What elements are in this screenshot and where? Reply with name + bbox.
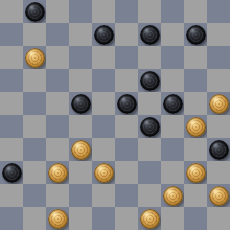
light-square-r8c0 [0,184,23,207]
black-man-square-36[interactable]: ⛂ [2,163,22,183]
white-man-square-11[interactable]: ⛀ [25,48,45,68]
square-9[interactable]: ⛂ [138,23,161,46]
light-square-r8c8 [184,184,207,207]
light-square-r8c2 [46,184,69,207]
square-18[interactable] [92,69,115,92]
square-15[interactable] [207,46,230,69]
square-26[interactable] [0,115,23,138]
light-square-r5c1 [23,115,46,138]
black-man-square-19[interactable]: ⛂ [140,71,160,91]
light-square-r7c3 [69,161,92,184]
light-square-r0c4 [92,0,115,23]
light-square-r3c1 [23,69,46,92]
light-square-r0c6 [138,0,161,23]
square-1[interactable]: ⛂ [23,0,46,23]
light-square-r4c4 [92,92,115,115]
light-square-r5c3 [69,115,92,138]
square-48[interactable] [92,207,115,230]
light-square-r7c7 [161,161,184,184]
light-square-r5c5 [115,115,138,138]
white-man-square-47[interactable]: ⛀ [48,209,68,229]
light-square-r3c9 [207,69,230,92]
light-square-r9c3 [69,207,92,230]
square-41[interactable] [23,184,46,207]
square-10[interactable]: ⛂ [184,23,207,46]
square-12[interactable] [69,46,92,69]
light-square-r9c1 [23,207,46,230]
square-22[interactable]: ⛂ [69,92,92,115]
square-5[interactable] [207,0,230,23]
light-square-r2c4 [92,46,115,69]
square-23[interactable]: ⛂ [115,92,138,115]
square-19[interactable]: ⛂ [138,69,161,92]
light-square-r3c3 [69,69,92,92]
white-man-square-45[interactable]: ⛀ [209,186,229,206]
light-square-r6c6 [138,138,161,161]
light-square-r3c5 [115,69,138,92]
square-4[interactable] [161,0,184,23]
light-square-r6c2 [46,138,69,161]
light-square-r6c0 [0,138,23,161]
light-square-r4c2 [46,92,69,115]
square-44[interactable]: ⛀ [161,184,184,207]
square-33[interactable] [115,138,138,161]
square-6[interactable] [0,23,23,46]
black-man-square-10[interactable]: ⛂ [186,25,206,45]
square-34[interactable] [161,138,184,161]
light-square-r4c8 [184,92,207,115]
square-24[interactable]: ⛂ [161,92,184,115]
square-29[interactable]: ⛂ [138,115,161,138]
square-49[interactable]: ⛀ [138,207,161,230]
square-31[interactable] [23,138,46,161]
light-square-r6c4 [92,138,115,161]
light-square-r9c5 [115,207,138,230]
square-13[interactable] [115,46,138,69]
light-square-r6c8 [184,138,207,161]
light-square-r8c6 [138,184,161,207]
white-man-square-49[interactable]: ⛀ [140,209,160,229]
light-square-r1c9 [207,23,230,46]
white-man-square-38[interactable]: ⛀ [94,163,114,183]
light-square-r2c6 [138,46,161,69]
white-man-square-30[interactable]: ⛀ [186,117,206,137]
square-38[interactable]: ⛀ [92,161,115,184]
white-man-square-32[interactable]: ⛀ [71,140,91,160]
square-14[interactable] [161,46,184,69]
light-square-r0c0 [0,0,23,23]
light-square-r7c5 [115,161,138,184]
square-36[interactable]: ⛂ [0,161,23,184]
white-man-square-25[interactable]: ⛀ [209,94,229,114]
black-man-square-9[interactable]: ⛂ [140,25,160,45]
square-43[interactable] [115,184,138,207]
light-square-r2c0 [0,46,23,69]
draughts-board: ⛂⛂⛂⛂⛀⛂⛂⛂⛂⛀⛂⛀⛀⛂⛂⛀⛀⛀⛀⛀⛀⛀ [0,0,230,230]
light-square-r7c1 [23,161,46,184]
square-39[interactable] [138,161,161,184]
light-square-r1c3 [69,23,92,46]
white-man-square-37[interactable]: ⛀ [48,163,68,183]
black-man-square-24[interactable]: ⛂ [163,94,183,114]
light-square-r9c7 [161,207,184,230]
light-square-r8c4 [92,184,115,207]
black-man-square-22[interactable]: ⛂ [71,94,91,114]
square-35[interactable]: ⛂ [207,138,230,161]
square-11[interactable]: ⛀ [23,46,46,69]
light-square-r7c9 [207,161,230,184]
square-25[interactable]: ⛀ [207,92,230,115]
light-square-r1c5 [115,23,138,46]
light-square-r3c7 [161,69,184,92]
square-40[interactable]: ⛀ [184,161,207,184]
square-17[interactable] [46,69,69,92]
light-square-r1c7 [161,23,184,46]
light-square-r0c8 [184,0,207,23]
light-square-r5c7 [161,115,184,138]
black-man-square-35[interactable]: ⛂ [209,140,229,160]
white-man-square-40[interactable]: ⛀ [186,163,206,183]
square-37[interactable]: ⛀ [46,161,69,184]
light-square-r0c2 [46,0,69,23]
square-27[interactable] [46,115,69,138]
square-30[interactable]: ⛀ [184,115,207,138]
square-21[interactable] [23,92,46,115]
light-square-r4c0 [0,92,23,115]
black-man-square-29[interactable]: ⛂ [140,117,160,137]
black-man-square-8[interactable]: ⛂ [94,25,114,45]
square-47[interactable]: ⛀ [46,207,69,230]
square-45[interactable]: ⛀ [207,184,230,207]
square-7[interactable] [46,23,69,46]
square-42[interactable] [69,184,92,207]
light-square-r9c9 [207,207,230,230]
light-square-r5c9 [207,115,230,138]
square-28[interactable] [92,115,115,138]
white-man-square-44[interactable]: ⛀ [163,186,183,206]
square-50[interactable] [184,207,207,230]
black-man-square-23[interactable]: ⛂ [117,94,137,114]
square-16[interactable] [0,69,23,92]
black-man-square-1[interactable]: ⛂ [25,2,45,22]
light-square-r1c1 [23,23,46,46]
square-20[interactable] [184,69,207,92]
square-3[interactable] [115,0,138,23]
square-2[interactable] [69,0,92,23]
square-32[interactable]: ⛀ [69,138,92,161]
light-square-r4c6 [138,92,161,115]
light-square-r2c8 [184,46,207,69]
square-46[interactable] [0,207,23,230]
light-square-r2c2 [46,46,69,69]
square-8[interactable]: ⛂ [92,23,115,46]
